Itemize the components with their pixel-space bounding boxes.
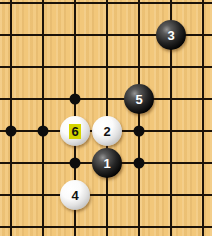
last-move-number-highlighted: 6	[69, 124, 80, 139]
marker-dot	[70, 94, 81, 105]
grid-line-horizontal	[0, 226, 212, 228]
marker-dot	[38, 126, 49, 137]
stone-black-5: 5	[124, 84, 154, 114]
stone-white-4: 4	[60, 180, 90, 210]
marker-dot	[6, 126, 17, 137]
stone-white-2: 2	[92, 116, 122, 146]
move-number: 1	[103, 157, 110, 170]
grid-line-horizontal	[0, 194, 212, 196]
move-number: 5	[135, 93, 142, 106]
marker-dot	[134, 158, 145, 169]
move-number: 4	[71, 189, 78, 202]
move-number: 2	[103, 125, 110, 138]
go-board[interactable]: 123456	[0, 0, 212, 236]
grid-line-horizontal	[0, 2, 212, 4]
marker-dot	[70, 158, 81, 169]
stone-black-1: 1	[92, 148, 122, 178]
stone-black-3: 3	[156, 20, 186, 50]
move-number: 3	[167, 29, 174, 42]
grid-line-horizontal	[0, 66, 212, 68]
grid-line-horizontal	[0, 98, 212, 100]
stone-white-6: 6	[60, 116, 90, 146]
marker-dot	[134, 126, 145, 137]
